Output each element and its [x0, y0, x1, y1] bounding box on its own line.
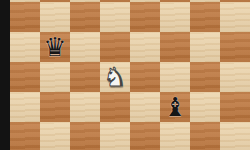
square-g4[interactable]: [190, 92, 220, 122]
black-bishop-piece[interactable]: ♝: [160, 92, 190, 122]
square-g3[interactable]: [190, 122, 220, 150]
square-c5[interactable]: [70, 62, 100, 92]
square-g7[interactable]: [190, 2, 220, 32]
square-b4[interactable]: [40, 92, 70, 122]
square-c3[interactable]: [70, 122, 100, 150]
square-a3[interactable]: [10, 122, 40, 150]
square-b6[interactable]: ♛: [40, 32, 70, 62]
square-d5[interactable]: ♞: [100, 62, 130, 92]
square-h7[interactable]: [220, 2, 250, 32]
square-a7[interactable]: [10, 2, 40, 32]
square-c4[interactable]: [70, 92, 100, 122]
square-c7[interactable]: [70, 2, 100, 32]
square-h6[interactable]: [220, 32, 250, 62]
square-a4[interactable]: [10, 92, 40, 122]
square-b5[interactable]: [40, 62, 70, 92]
square-h5[interactable]: [220, 62, 250, 92]
white-knight-piece[interactable]: ♞: [100, 62, 130, 92]
square-e5[interactable]: [130, 62, 160, 92]
square-e7[interactable]: [130, 2, 160, 32]
square-c6[interactable]: [70, 32, 100, 62]
square-e3[interactable]: [130, 122, 160, 150]
square-f7[interactable]: [160, 2, 190, 32]
square-h4[interactable]: [220, 92, 250, 122]
square-e6[interactable]: [130, 32, 160, 62]
square-d6[interactable]: [100, 32, 130, 62]
page-background: ♛♞♝: [0, 0, 250, 150]
square-h3[interactable]: [220, 122, 250, 150]
black-queen-piece[interactable]: ♛: [40, 32, 70, 62]
square-b3[interactable]: [40, 122, 70, 150]
square-f3[interactable]: [160, 122, 190, 150]
chess-board: ♛♞♝: [10, 0, 250, 150]
square-g6[interactable]: [190, 32, 220, 62]
square-a6[interactable]: [10, 32, 40, 62]
square-f5[interactable]: [160, 62, 190, 92]
square-f4[interactable]: ♝: [160, 92, 190, 122]
square-e4[interactable]: [130, 92, 160, 122]
square-g5[interactable]: [190, 62, 220, 92]
square-f6[interactable]: [160, 32, 190, 62]
square-d3[interactable]: [100, 122, 130, 150]
square-a5[interactable]: [10, 62, 40, 92]
square-d4[interactable]: [100, 92, 130, 122]
square-b7[interactable]: [40, 2, 70, 32]
square-d7[interactable]: [100, 2, 130, 32]
